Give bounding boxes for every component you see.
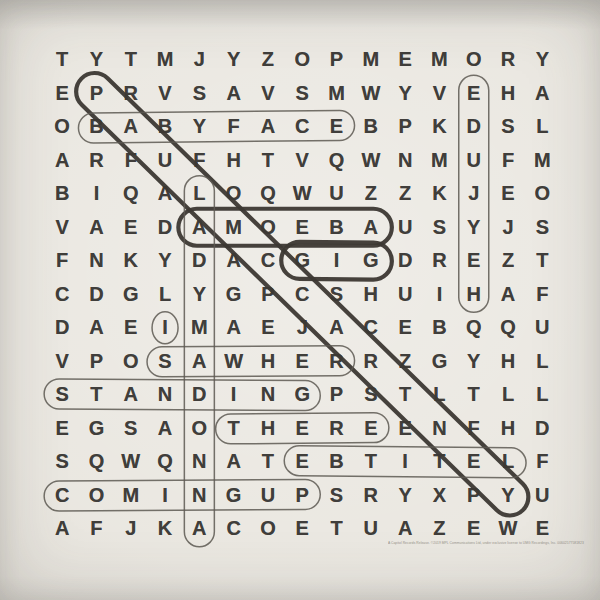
grid-cell-r1c6: Y — [216, 43, 250, 77]
grid-cell-r14c11: Y — [388, 479, 422, 513]
grid-cell-r15c1: A — [45, 512, 79, 546]
grid-cell-r9c2: A — [79, 311, 113, 345]
grid-cell-r9c13: Q — [457, 311, 491, 345]
grid-cell-r13c1: S — [45, 445, 79, 479]
grid-cell-r9c14: Q — [491, 311, 525, 345]
word-search-grid: TYTMJYZOPMEMORYEPRVSAVSMWYVEHAOBABYFACEB… — [45, 43, 559, 546]
grid-cell-r7c12: R — [422, 244, 456, 278]
grid-cell-r11c6: I — [216, 378, 250, 412]
grid-cell-r13c8: E — [285, 445, 319, 479]
grid-cell-r1c9: P — [319, 43, 353, 77]
grid-cell-r3c5: Y — [182, 110, 216, 144]
grid-cell-r4c12: M — [422, 144, 456, 178]
grid-cell-r7c8: G — [285, 244, 319, 278]
grid-cell-r3c15: L — [525, 110, 559, 144]
grid-cell-r12c15: D — [525, 412, 559, 446]
grid-cell-r8c15: F — [525, 278, 559, 312]
grid-cell-r12c7: H — [251, 412, 285, 446]
grid-cell-r6c5: A — [182, 211, 216, 245]
grid-cell-r12c1: E — [45, 412, 79, 446]
grid-cell-r2c8: S — [285, 77, 319, 111]
grid-cell-r2c13: E — [457, 77, 491, 111]
grid-cell-r15c6: C — [216, 512, 250, 546]
grid-cell-r10c9: R — [319, 345, 353, 379]
grid-cell-r9c15: U — [525, 311, 559, 345]
grid-cell-r4c2: R — [79, 144, 113, 178]
grid-cell-r7c4: Y — [148, 244, 182, 278]
grid-cell-r5c7: Q — [251, 177, 285, 211]
grid-cell-r13c2: Q — [79, 445, 113, 479]
grid-cell-r14c12: X — [422, 479, 456, 513]
grid-cell-r2c2: P — [79, 77, 113, 111]
grid-cell-r4c7: T — [251, 144, 285, 178]
grid-cell-r15c8: E — [285, 512, 319, 546]
grid-cell-r14c10: R — [354, 479, 388, 513]
grid-cell-r5c11: Z — [388, 177, 422, 211]
puzzle-sheet: TYTMJYZOPMEMORYEPRVSAVSMWYVEHAOBABYFACEB… — [0, 0, 600, 600]
grid-cell-r5c3: Q — [114, 177, 148, 211]
grid-cell-r1c13: O — [457, 43, 491, 77]
grid-cell-r8c2: D — [79, 278, 113, 312]
grid-cell-r12c6: T — [216, 412, 250, 446]
grid-cell-r11c4: N — [148, 378, 182, 412]
grid-cell-r7c10: G — [354, 244, 388, 278]
grid-cell-r3c6: F — [216, 110, 250, 144]
grid-cell-r1c15: Y — [525, 43, 559, 77]
grid-cell-r4c8: V — [285, 144, 319, 178]
grid-cell-r13c11: I — [388, 445, 422, 479]
grid-cell-r8c8: C — [285, 278, 319, 312]
grid-cell-r8c6: G — [216, 278, 250, 312]
grid-cell-r11c10: S — [354, 378, 388, 412]
grid-cell-r10c8: E — [285, 345, 319, 379]
grid-cell-r10c10: R — [354, 345, 388, 379]
grid-cell-r2c9: M — [319, 77, 353, 111]
grid-cell-r9c10: C — [354, 311, 388, 345]
grid-cell-r14c3: M — [114, 479, 148, 513]
grid-cell-r5c13: J — [457, 177, 491, 211]
grid-cell-r8c10: H — [354, 278, 388, 312]
grid-cell-r7c3: K — [114, 244, 148, 278]
grid-cell-r5c5: L — [182, 177, 216, 211]
grid-cell-r14c14: Y — [491, 479, 525, 513]
grid-cell-r12c12: N — [422, 412, 456, 446]
grid-cell-r13c10: T — [354, 445, 388, 479]
grid-cell-r8c13: H — [457, 278, 491, 312]
grid-cell-r9c9: A — [319, 311, 353, 345]
grid-cell-r8c3: G — [114, 278, 148, 312]
grid-cell-r4c15: M — [525, 144, 559, 178]
grid-cell-r15c3: J — [114, 512, 148, 546]
grid-cell-r4c10: W — [354, 144, 388, 178]
grid-cell-r15c7: O — [251, 512, 285, 546]
grid-cell-r3c8: C — [285, 110, 319, 144]
grid-cell-r13c9: B — [319, 445, 353, 479]
grid-cell-r9c1: D — [45, 311, 79, 345]
grid-cell-r6c6: M — [216, 211, 250, 245]
grid-cell-r15c4: K — [148, 512, 182, 546]
fine-print: A Capitol Records Release. ©2019 MPL Com… — [388, 541, 584, 544]
grid-cell-r1c12: M — [422, 43, 456, 77]
grid-cell-r5c12: K — [422, 177, 456, 211]
grid-cell-r13c5: N — [182, 445, 216, 479]
grid-cell-r9c5: M — [182, 311, 216, 345]
grid-cell-r5c1: B — [45, 177, 79, 211]
grid-cell-r7c13: E — [457, 244, 491, 278]
grid-cell-r11c15: L — [525, 378, 559, 412]
grid-cell-r3c7: A — [251, 110, 285, 144]
grid-cell-r13c12: T — [422, 445, 456, 479]
grid-cell-r13c4: Q — [148, 445, 182, 479]
grid-cell-r1c4: M — [148, 43, 182, 77]
grid-cell-r3c3: A — [114, 110, 148, 144]
grid-cell-r11c5: D — [182, 378, 216, 412]
grid-cell-r6c4: D — [148, 211, 182, 245]
grid-cell-r4c6: H — [216, 144, 250, 178]
grid-cell-r11c13: T — [457, 378, 491, 412]
grid-cell-r1c2: Y — [79, 43, 113, 77]
grid-cell-r10c2: P — [79, 345, 113, 379]
grid-cell-r7c11: D — [388, 244, 422, 278]
grid-cell-r13c15: F — [525, 445, 559, 479]
grid-cell-r14c13: P — [457, 479, 491, 513]
grid-cell-r14c15: U — [525, 479, 559, 513]
grid-cell-r10c6: W — [216, 345, 250, 379]
grid-cell-r10c3: O — [114, 345, 148, 379]
grid-cell-r2c10: W — [354, 77, 388, 111]
grid-cell-r12c4: A — [148, 412, 182, 446]
grid-cell-r8c14: A — [491, 278, 525, 312]
grid-cell-r2c14: H — [491, 77, 525, 111]
grid-cell-r10c1: V — [45, 345, 79, 379]
grid-cell-r10c14: H — [491, 345, 525, 379]
grid-cell-r13c7: T — [251, 445, 285, 479]
grid-cell-r11c14: L — [491, 378, 525, 412]
grid-cell-r1c7: Z — [251, 43, 285, 77]
grid-cell-r10c15: L — [525, 345, 559, 379]
grid-cell-r4c3: F — [114, 144, 148, 178]
grid-cell-r13c3: W — [114, 445, 148, 479]
grid-cell-r2c5: S — [182, 77, 216, 111]
grid-cell-r6c13: Y — [457, 211, 491, 245]
album-insert-photo: TYTMJYZOPMEMORYEPRVSAVSMWYVEHAOBABYFACEB… — [0, 0, 600, 600]
grid-cell-r10c7: H — [251, 345, 285, 379]
grid-cell-r8c9: S — [319, 278, 353, 312]
grid-cell-r4c13: U — [457, 144, 491, 178]
grid-cell-r1c3: T — [114, 43, 148, 77]
grid-cell-r11c9: P — [319, 378, 353, 412]
grid-cell-r2c3: R — [114, 77, 148, 111]
grid-cell-r6c2: A — [79, 211, 113, 245]
grid-cell-r11c12: L — [422, 378, 456, 412]
grid-cell-r7c5: D — [182, 244, 216, 278]
grid-cell-r1c10: M — [354, 43, 388, 77]
grid-cell-r9c3: E — [114, 311, 148, 345]
grid-cell-r5c8: W — [285, 177, 319, 211]
grid-cell-r9c8: J — [285, 311, 319, 345]
grid-cell-r15c2: F — [79, 512, 113, 546]
grid-cell-r3c12: K — [422, 110, 456, 144]
grid-cell-r15c9: T — [319, 512, 353, 546]
grid-cell-r2c11: Y — [388, 77, 422, 111]
grid-cell-r11c2: T — [79, 378, 113, 412]
grid-cell-r8c12: I — [422, 278, 456, 312]
grid-cell-r6c12: S — [422, 211, 456, 245]
grid-cell-r6c14: J — [491, 211, 525, 245]
grid-cell-r14c6: G — [216, 479, 250, 513]
grid-cell-r4c4: U — [148, 144, 182, 178]
grid-cell-r8c4: L — [148, 278, 182, 312]
grid-cell-r14c4: I — [148, 479, 182, 513]
grid-cell-r3c9: E — [319, 110, 353, 144]
grid-cell-r9c11: E — [388, 311, 422, 345]
grid-cell-r10c12: G — [422, 345, 456, 379]
grid-cell-r8c5: Y — [182, 278, 216, 312]
grid-cell-r4c9: Q — [319, 144, 353, 178]
grid-cell-r2c15: A — [525, 77, 559, 111]
grid-cell-r7c1: F — [45, 244, 79, 278]
grid-cell-r1c1: T — [45, 43, 79, 77]
grid-cell-r8c1: C — [45, 278, 79, 312]
grid-cell-r11c1: S — [45, 378, 79, 412]
grid-cell-r13c13: E — [457, 445, 491, 479]
grid-cell-r7c14: Z — [491, 244, 525, 278]
grid-cell-r3c1: O — [45, 110, 79, 144]
grid-cell-r9c4: I — [148, 311, 182, 345]
grid-cell-r6c9: B — [319, 211, 353, 245]
grid-cell-r10c4: S — [148, 345, 182, 379]
grid-cell-r12c3: S — [114, 412, 148, 446]
grid-cell-r10c5: A — [182, 345, 216, 379]
grid-cell-r6c3: E — [114, 211, 148, 245]
grid-cell-r5c10: Z — [354, 177, 388, 211]
grid-cell-r12c8: E — [285, 412, 319, 446]
grid-cell-r5c6: O — [216, 177, 250, 211]
grid-cell-r4c1: A — [45, 144, 79, 178]
grid-cell-r7c7: C — [251, 244, 285, 278]
grid-cell-r2c12: V — [422, 77, 456, 111]
grid-cell-r4c5: F — [182, 144, 216, 178]
grid-cell-r14c9: S — [319, 479, 353, 513]
grid-cell-r1c11: E — [388, 43, 422, 77]
grid-cell-r2c4: V — [148, 77, 182, 111]
grid-cell-r1c5: J — [182, 43, 216, 77]
grid-cell-r9c6: A — [216, 311, 250, 345]
grid-cell-r15c10: U — [354, 512, 388, 546]
grid-cell-r7c2: N — [79, 244, 113, 278]
grid-cell-r3c4: B — [148, 110, 182, 144]
grid-cell-r12c14: H — [491, 412, 525, 446]
grid-cell-r8c7: P — [251, 278, 285, 312]
grid-cell-r6c11: U — [388, 211, 422, 245]
grid-cell-r2c1: E — [45, 77, 79, 111]
grid-cell-r5c9: U — [319, 177, 353, 211]
grid-cell-r2c6: A — [216, 77, 250, 111]
grid-cell-r7c9: I — [319, 244, 353, 278]
grid-cell-r7c6: A — [216, 244, 250, 278]
grid-cell-r11c8: G — [285, 378, 319, 412]
grid-cell-r5c14: E — [491, 177, 525, 211]
grid-cell-r8c11: U — [388, 278, 422, 312]
grid-cell-r10c13: Y — [457, 345, 491, 379]
grid-cell-r3c2: B — [79, 110, 113, 144]
grid-cell-r14c1: C — [45, 479, 79, 513]
grid-cell-r3c10: B — [354, 110, 388, 144]
grid-cell-r12c11: E — [388, 412, 422, 446]
grid-cell-r7c15: T — [525, 244, 559, 278]
grid-cell-r12c13: F — [457, 412, 491, 446]
grid-cell-r4c14: F — [491, 144, 525, 178]
grid-cell-r2c7: V — [251, 77, 285, 111]
grid-cell-r1c8: O — [285, 43, 319, 77]
grid-cell-r6c1: V — [45, 211, 79, 245]
grid-cell-r10c11: Z — [388, 345, 422, 379]
grid-cell-r12c5: O — [182, 412, 216, 446]
grid-cell-r5c15: O — [525, 177, 559, 211]
grid-cell-r14c2: O — [79, 479, 113, 513]
grid-cell-r11c7: N — [251, 378, 285, 412]
grid-cell-r13c14: L — [491, 445, 525, 479]
grid-cell-r9c7: E — [251, 311, 285, 345]
grid-cell-r6c10: A — [354, 211, 388, 245]
grid-cell-r13c6: A — [216, 445, 250, 479]
grid-cell-r14c7: U — [251, 479, 285, 513]
grid-cell-r6c15: S — [525, 211, 559, 245]
grid-cell-r12c10: E — [354, 412, 388, 446]
grid-cell-r3c11: P — [388, 110, 422, 144]
grid-cell-r5c4: A — [148, 177, 182, 211]
grid-cell-r12c9: R — [319, 412, 353, 446]
grid-cell-r6c7: O — [251, 211, 285, 245]
grid-cell-r12c2: G — [79, 412, 113, 446]
grid-cell-r5c2: I — [79, 177, 113, 211]
grid-cell-r3c14: S — [491, 110, 525, 144]
grid-cell-r14c8: P — [285, 479, 319, 513]
grid-cell-r15c5: A — [182, 512, 216, 546]
grid-cell-r11c11: T — [388, 378, 422, 412]
grid-cell-r6c8: E — [285, 211, 319, 245]
grid-cell-r14c5: N — [182, 479, 216, 513]
grid-cell-r11c3: A — [114, 378, 148, 412]
grid-cell-r9c12: B — [422, 311, 456, 345]
grid-cell-r1c14: R — [491, 43, 525, 77]
grid-cell-r4c11: N — [388, 144, 422, 178]
grid-cell-r3c13: D — [457, 110, 491, 144]
